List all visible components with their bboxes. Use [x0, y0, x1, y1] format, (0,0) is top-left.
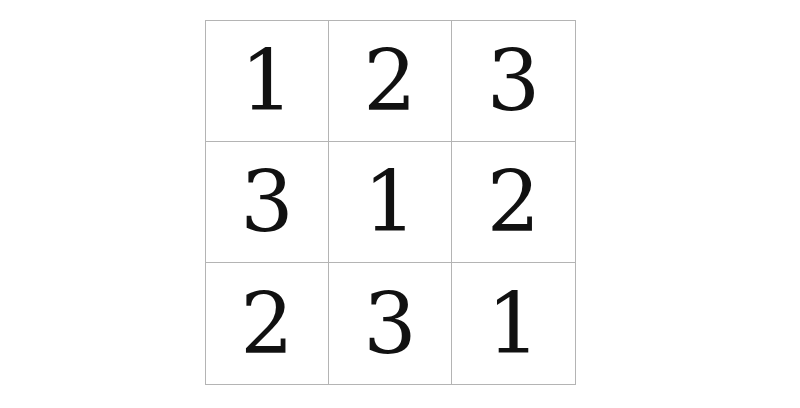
- cell-r3c2: 3: [329, 263, 452, 384]
- cell-r1c1: 1: [206, 21, 329, 142]
- cell-r2c1: 3: [206, 142, 329, 263]
- cell-r2c2: 1: [329, 142, 452, 263]
- cell-r3c3: 1: [452, 263, 575, 384]
- cell-r2c3: 2: [452, 142, 575, 263]
- cell-r3c1: 2: [206, 263, 329, 384]
- cell-r1c2: 2: [329, 21, 452, 142]
- page-canvas: 1 2 3 3 1 2 2 3 1: [0, 0, 800, 408]
- latin-square-board: 1 2 3 3 1 2 2 3 1: [205, 20, 576, 385]
- cell-r1c3: 3: [452, 21, 575, 142]
